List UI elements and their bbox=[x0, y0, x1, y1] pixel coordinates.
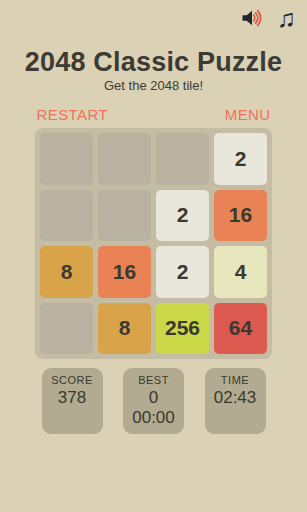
tile-8-r3c1: 8 bbox=[40, 246, 93, 298]
best-time-value: 00:00 bbox=[123, 408, 184, 427]
music-note-icon[interactable]: ♫ bbox=[274, 6, 298, 30]
tile-256-r4c3: 256 bbox=[156, 303, 209, 355]
toolbar: RESTART MENU bbox=[37, 107, 271, 122]
tile-2-r2c3: 2 bbox=[156, 190, 209, 242]
time-panel: TIME 02:43 bbox=[205, 368, 266, 434]
music-note-glyph: ♫ bbox=[277, 6, 296, 30]
empty-cell-r1c2 bbox=[98, 133, 151, 185]
empty-cell-r2c2 bbox=[98, 190, 151, 242]
empty-cell-r4c1 bbox=[40, 303, 93, 355]
volume-icon[interactable] bbox=[239, 6, 263, 30]
time-value: 02:43 bbox=[205, 388, 266, 407]
tile-8-r4c2: 8 bbox=[98, 303, 151, 355]
time-label: TIME bbox=[205, 374, 266, 387]
tile-16-r3c2: 16 bbox=[98, 246, 151, 298]
best-value: 0 bbox=[123, 388, 184, 407]
tile-16-r2c4: 16 bbox=[214, 190, 267, 242]
best-panel: BEST 0 00:00 bbox=[123, 368, 184, 434]
board[interactable]: 221681624825664 bbox=[35, 128, 272, 359]
score-value: 378 bbox=[42, 388, 103, 407]
statusbar: ♫ bbox=[239, 5, 298, 31]
empty-cell-r1c3 bbox=[156, 133, 209, 185]
page-title: 2048 Classic Puzzle bbox=[0, 47, 307, 78]
page-subtitle: Get the 2048 tile! bbox=[0, 78, 307, 93]
empty-cell-r2c1 bbox=[40, 190, 93, 242]
score-label: SCORE bbox=[42, 374, 103, 387]
tile-4-r3c4: 4 bbox=[214, 246, 267, 298]
best-label: BEST bbox=[123, 374, 184, 387]
tile-2-r1c4: 2 bbox=[214, 133, 267, 185]
score-panel: SCORE 378 bbox=[42, 368, 103, 434]
stats-panels: SCORE 378 BEST 0 00:00 TIME 02:43 bbox=[42, 368, 266, 434]
tile-2-r3c3: 2 bbox=[156, 246, 209, 298]
empty-cell-r1c1 bbox=[40, 133, 93, 185]
menu-button[interactable]: MENU bbox=[225, 107, 271, 122]
restart-button[interactable]: RESTART bbox=[37, 107, 108, 122]
tile-64-r4c4: 64 bbox=[214, 303, 267, 355]
